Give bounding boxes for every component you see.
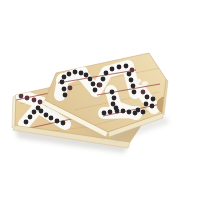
black-pip: [117, 65, 122, 70]
black-pip: [131, 84, 136, 89]
black-pip: [73, 70, 78, 75]
maroon-pip: [130, 68, 135, 73]
black-pip: [79, 71, 84, 76]
black-pip: [151, 97, 156, 102]
black-pip: [136, 108, 141, 113]
black-pip: [102, 111, 107, 116]
black-pip: [39, 109, 44, 114]
black-pip: [110, 90, 115, 95]
black-pip: [110, 67, 115, 72]
black-pip: [141, 110, 146, 115]
black-pip: [111, 102, 116, 107]
black-pip: [127, 110, 132, 115]
black-pip: [115, 109, 120, 114]
black-pip: [129, 78, 134, 83]
black-pip: [60, 80, 65, 85]
black-pip: [62, 75, 67, 80]
black-pip: [55, 119, 60, 124]
maroon-pip: [141, 90, 146, 95]
black-pip: [28, 115, 33, 120]
scene-svg: [0, 0, 200, 200]
black-pip: [93, 88, 98, 93]
black-pip: [32, 110, 37, 115]
maroon-pip: [38, 100, 43, 105]
black-pip: [144, 102, 149, 107]
maroon-pip: [25, 96, 30, 101]
black-pip: [108, 110, 113, 115]
black-pip: [63, 93, 68, 98]
black-pip: [24, 120, 29, 125]
black-pip: [124, 64, 129, 69]
black-pip: [150, 104, 155, 109]
maroon-pip: [19, 94, 24, 99]
maroon-pip: [68, 86, 73, 91]
black-pip: [44, 113, 49, 118]
maroon-pip: [98, 83, 103, 88]
black-pip: [61, 121, 66, 126]
maroon-pip: [32, 98, 37, 103]
black-pip: [62, 87, 67, 92]
black-pip: [49, 116, 54, 121]
black-pip: [104, 71, 109, 76]
dominoes-product-photo: [0, 0, 200, 200]
black-pip: [67, 72, 72, 77]
black-pip: [101, 77, 106, 82]
black-pip: [84, 73, 89, 78]
black-pip: [121, 109, 126, 114]
black-pip: [88, 77, 93, 82]
black-pip: [145, 95, 150, 100]
black-pip: [127, 72, 132, 77]
black-pip: [91, 82, 96, 87]
black-pip: [112, 96, 117, 101]
black-pip: [132, 90, 137, 95]
